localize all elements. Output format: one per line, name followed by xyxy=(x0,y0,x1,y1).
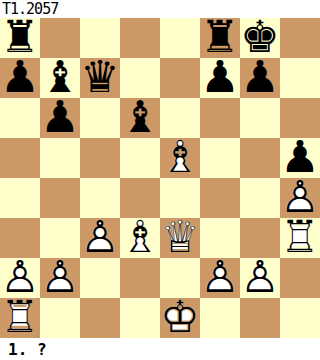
square-e5[interactable]: ♝♗ xyxy=(160,138,200,178)
puzzle-title: T1.2057 xyxy=(0,0,320,18)
square-a2[interactable]: ♟♙ xyxy=(0,258,40,298)
square-g8[interactable]: ♚ xyxy=(240,18,280,58)
piece-glyph: ♝ xyxy=(40,58,80,98)
square-h4[interactable]: ♟♙ xyxy=(280,178,320,218)
square-e3[interactable]: ♛♕ xyxy=(160,218,200,258)
piece-white-pawn: ♟♙ xyxy=(40,258,80,298)
move-prompt: 1. ? xyxy=(0,338,320,360)
square-e2[interactable] xyxy=(160,258,200,298)
piece-white-pawn: ♟♙ xyxy=(240,258,280,298)
piece-black-king: ♚ xyxy=(240,18,280,58)
piece-outline: ♔ xyxy=(160,298,200,338)
square-f3[interactable] xyxy=(200,218,240,258)
square-d7[interactable] xyxy=(120,58,160,98)
square-e6[interactable] xyxy=(160,98,200,138)
piece-outline: ♕ xyxy=(160,218,200,258)
square-a5[interactable] xyxy=(0,138,40,178)
square-c5[interactable] xyxy=(80,138,120,178)
square-b6[interactable]: ♟ xyxy=(40,98,80,138)
square-b4[interactable] xyxy=(40,178,80,218)
square-b5[interactable] xyxy=(40,138,80,178)
square-b7[interactable]: ♝ xyxy=(40,58,80,98)
piece-glyph: ♟ xyxy=(40,98,80,138)
piece-glyph: ♝ xyxy=(120,98,160,138)
square-h2[interactable] xyxy=(280,258,320,298)
piece-glyph: ♟ xyxy=(0,58,40,98)
square-g5[interactable] xyxy=(240,138,280,178)
piece-fill: ♜ xyxy=(0,298,40,338)
square-c8[interactable] xyxy=(80,18,120,58)
square-c2[interactable] xyxy=(80,258,120,298)
piece-glyph: ♟ xyxy=(240,58,280,98)
square-d5[interactable] xyxy=(120,138,160,178)
square-c4[interactable] xyxy=(80,178,120,218)
square-f7[interactable]: ♟ xyxy=(200,58,240,98)
square-g1[interactable] xyxy=(240,298,280,338)
piece-glyph: ♟ xyxy=(280,138,320,178)
square-b1[interactable] xyxy=(40,298,80,338)
move-prompt-text: 1. ? xyxy=(8,340,47,359)
square-c1[interactable] xyxy=(80,298,120,338)
chess-board: ♜♜♚♟♝♛♟♟♟♝♝♗♟♟♙♟♙♝♗♛♕♜♖♟♙♟♙♟♙♟♙♜♖♚♔ xyxy=(0,18,320,338)
square-g6[interactable] xyxy=(240,98,280,138)
square-g4[interactable] xyxy=(240,178,280,218)
piece-white-queen: ♛♕ xyxy=(160,218,200,258)
piece-outline: ♗ xyxy=(120,218,160,258)
square-f2[interactable]: ♟♙ xyxy=(200,258,240,298)
square-e4[interactable] xyxy=(160,178,200,218)
piece-outline: ♗ xyxy=(160,138,200,178)
square-d1[interactable] xyxy=(120,298,160,338)
piece-fill: ♝ xyxy=(120,218,160,258)
piece-glyph: ♟ xyxy=(200,58,240,98)
piece-white-bishop: ♝♗ xyxy=(120,218,160,258)
square-d2[interactable] xyxy=(120,258,160,298)
square-b3[interactable] xyxy=(40,218,80,258)
piece-black-pawn: ♟ xyxy=(0,58,40,98)
square-e7[interactable] xyxy=(160,58,200,98)
piece-outline: ♙ xyxy=(280,178,320,218)
piece-black-pawn: ♟ xyxy=(280,138,320,178)
piece-fill: ♟ xyxy=(40,258,80,298)
square-f8[interactable]: ♜ xyxy=(200,18,240,58)
square-a1[interactable]: ♜♖ xyxy=(0,298,40,338)
piece-glyph: ♛ xyxy=(80,58,120,98)
piece-black-bishop: ♝ xyxy=(40,58,80,98)
piece-outline: ♙ xyxy=(0,258,40,298)
piece-fill: ♟ xyxy=(0,258,40,298)
square-c3[interactable]: ♟♙ xyxy=(80,218,120,258)
square-h3[interactable]: ♜♖ xyxy=(280,218,320,258)
piece-black-pawn: ♟ xyxy=(240,58,280,98)
piece-glyph: ♜ xyxy=(0,18,40,58)
square-e1[interactable]: ♚♔ xyxy=(160,298,200,338)
square-a6[interactable] xyxy=(0,98,40,138)
square-a3[interactable] xyxy=(0,218,40,258)
piece-black-queen: ♛ xyxy=(80,58,120,98)
piece-outline: ♖ xyxy=(0,298,40,338)
piece-fill: ♟ xyxy=(200,258,240,298)
square-c7[interactable]: ♛ xyxy=(80,58,120,98)
piece-white-pawn: ♟♙ xyxy=(80,218,120,258)
piece-fill: ♟ xyxy=(80,218,120,258)
piece-outline: ♙ xyxy=(200,258,240,298)
square-e8[interactable] xyxy=(160,18,200,58)
piece-white-bishop: ♝♗ xyxy=(160,138,200,178)
piece-fill: ♛ xyxy=(160,218,200,258)
square-h7[interactable] xyxy=(280,58,320,98)
square-b8[interactable] xyxy=(40,18,80,58)
square-f5[interactable] xyxy=(200,138,240,178)
square-g7[interactable]: ♟ xyxy=(240,58,280,98)
piece-fill: ♝ xyxy=(160,138,200,178)
square-h1[interactable] xyxy=(280,298,320,338)
square-d4[interactable] xyxy=(120,178,160,218)
square-h6[interactable] xyxy=(280,98,320,138)
piece-outline: ♙ xyxy=(80,218,120,258)
piece-glyph: ♚ xyxy=(240,18,280,58)
piece-white-pawn: ♟♙ xyxy=(280,178,320,218)
square-f6[interactable] xyxy=(200,98,240,138)
piece-outline: ♖ xyxy=(280,218,320,258)
puzzle-title-text: T1.2057 xyxy=(2,0,58,18)
square-d3[interactable]: ♝♗ xyxy=(120,218,160,258)
piece-white-pawn: ♟♙ xyxy=(0,258,40,298)
piece-black-bishop: ♝ xyxy=(120,98,160,138)
square-g2[interactable]: ♟♙ xyxy=(240,258,280,298)
piece-fill: ♜ xyxy=(280,218,320,258)
piece-black-pawn: ♟ xyxy=(200,58,240,98)
piece-white-pawn: ♟♙ xyxy=(200,258,240,298)
square-g3[interactable] xyxy=(240,218,280,258)
piece-glyph: ♜ xyxy=(200,18,240,58)
piece-fill: ♟ xyxy=(280,178,320,218)
piece-black-rook: ♜ xyxy=(200,18,240,58)
square-b2[interactable]: ♟♙ xyxy=(40,258,80,298)
piece-black-rook: ♜ xyxy=(0,18,40,58)
square-a4[interactable] xyxy=(0,178,40,218)
piece-black-pawn: ♟ xyxy=(40,98,80,138)
square-f1[interactable] xyxy=(200,298,240,338)
piece-white-king: ♚♔ xyxy=(160,298,200,338)
square-a8[interactable]: ♜ xyxy=(0,18,40,58)
square-h8[interactable] xyxy=(280,18,320,58)
square-d6[interactable]: ♝ xyxy=(120,98,160,138)
square-c6[interactable] xyxy=(80,98,120,138)
piece-outline: ♙ xyxy=(40,258,80,298)
piece-white-rook: ♜♖ xyxy=(280,218,320,258)
piece-fill: ♟ xyxy=(240,258,280,298)
square-a7[interactable]: ♟ xyxy=(0,58,40,98)
square-h5[interactable]: ♟ xyxy=(280,138,320,178)
piece-outline: ♙ xyxy=(240,258,280,298)
piece-white-rook: ♜♖ xyxy=(0,298,40,338)
square-d8[interactable] xyxy=(120,18,160,58)
square-f4[interactable] xyxy=(200,178,240,218)
piece-fill: ♚ xyxy=(160,298,200,338)
